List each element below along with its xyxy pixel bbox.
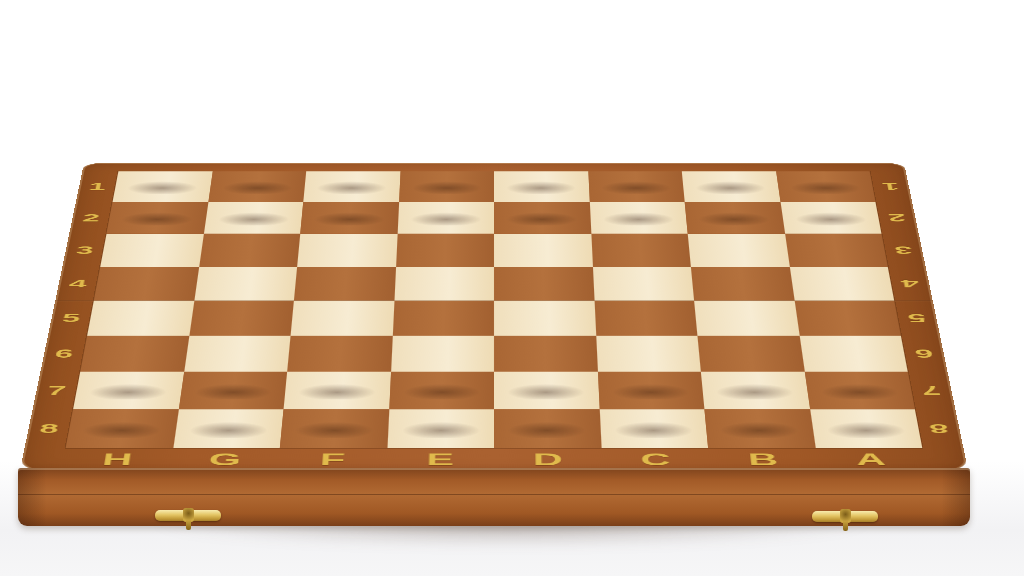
square-h3[interactable]	[100, 234, 203, 267]
white-pawn-icon: ♟	[309, 133, 390, 224]
square-c8[interactable]: ♝	[599, 409, 708, 448]
square-a2[interactable]: ♟	[780, 202, 881, 234]
square-c2[interactable]: ♟	[589, 202, 687, 234]
square-g2[interactable]: ♟	[203, 202, 303, 234]
square-b2[interactable]: ♟	[685, 202, 785, 234]
product-photo-background: 12345678 12345678 HGFEDCBA ♜♞♝♚♛♝♞♜♟♟♟♟♟…	[0, 0, 1024, 576]
white-pawn-icon: ♟	[598, 133, 679, 224]
square-h8[interactable]: ♜	[66, 409, 179, 448]
brass-latch-left-icon	[155, 510, 221, 521]
square-g3[interactable]	[199, 234, 301, 267]
rank-label-3: 3	[881, 234, 925, 267]
white-pawn-icon: ♟	[502, 133, 583, 224]
rank-label-1: 1	[870, 171, 913, 202]
black-knight-icon: ♞	[695, 291, 826, 437]
white-pawn-icon: ♟	[405, 133, 486, 224]
rank-label-3: 3	[62, 234, 106, 267]
square-a3[interactable]	[785, 234, 888, 267]
board-grid: ♜♞♝♚♛♝♞♜♟♟♟♟♟♟♟♟♟♟♟♟♟♟♟♟♜♞♝♚♛♝♞♜	[66, 171, 923, 448]
white-pawn-icon: ♟	[791, 133, 872, 224]
brass-latch-right-icon	[812, 511, 878, 522]
square-b3[interactable]	[688, 234, 790, 267]
white-pawn-icon: ♟	[212, 133, 293, 224]
chess-board: 12345678 12345678 HGFEDCBA ♜♞♝♚♛♝♞♜♟♟♟♟♟…	[20, 163, 969, 472]
rank-label-2: 2	[69, 202, 112, 234]
black-rook-icon: ♜	[812, 313, 922, 436]
black-rook-icon: ♜	[66, 313, 176, 436]
rank-label-2: 2	[875, 202, 918, 234]
square-b8[interactable]: ♞	[704, 409, 815, 448]
square-a8[interactable]: ♜	[810, 409, 923, 448]
square-h2[interactable]: ♟	[107, 202, 208, 234]
front-edge-seam	[18, 494, 970, 495]
white-pawn-icon: ♟	[694, 133, 775, 224]
square-d8[interactable]: ♛	[494, 409, 601, 448]
white-pawn-icon: ♟	[116, 133, 197, 224]
